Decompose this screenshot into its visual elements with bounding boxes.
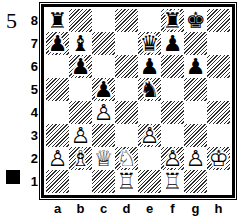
rank-label-6: 6 <box>22 55 38 78</box>
square-d4 <box>115 101 138 124</box>
white-pawn: ♟♙ <box>161 147 184 170</box>
rank-label-7: 7 <box>22 32 38 55</box>
square-h4 <box>207 101 230 124</box>
white-pawn: ♟♙ <box>69 124 92 147</box>
square-g5 <box>184 78 207 101</box>
square-d5 <box>115 78 138 101</box>
board-inner-frame: ♜♜♚♟♝♛♟♟♟♟♟♞♟♙♟♙♟♙♟♙♝♗♛♕♞♘♟♙♟♙♚♔♜♖♜♖ <box>41 4 235 198</box>
black-pawn: ♟ <box>138 55 161 78</box>
rank-labels: 87654321 <box>22 9 38 193</box>
black-pawn: ♟ <box>69 55 92 78</box>
square-h2: ♚♔ <box>207 147 230 170</box>
file-label-b: b <box>69 201 92 216</box>
square-e1 <box>138 170 161 193</box>
rank-label-4: 4 <box>22 101 38 124</box>
rank-label-3: 3 <box>22 124 38 147</box>
square-b4 <box>69 101 92 124</box>
black-bishop: ♝ <box>69 32 92 55</box>
square-d3 <box>115 124 138 147</box>
file-label-e: e <box>138 201 161 216</box>
white-rook: ♜♖ <box>115 170 138 193</box>
puzzle-number: 5 <box>6 8 17 34</box>
square-f1: ♜♖ <box>161 170 184 193</box>
square-a8: ♜ <box>46 9 69 32</box>
square-g3 <box>184 124 207 147</box>
square-a6 <box>46 55 69 78</box>
file-label-a: a <box>46 201 69 216</box>
square-f5 <box>161 78 184 101</box>
square-b8 <box>69 9 92 32</box>
file-label-c: c <box>92 201 115 216</box>
square-b1 <box>69 170 92 193</box>
square-e7: ♛ <box>138 32 161 55</box>
black-to-move-indicator <box>6 170 20 184</box>
square-h3 <box>207 124 230 147</box>
square-a4 <box>46 101 69 124</box>
square-g6: ♟ <box>184 55 207 78</box>
white-knight: ♞♘ <box>115 147 138 170</box>
square-b7: ♝ <box>69 32 92 55</box>
square-g2: ♟♙ <box>184 147 207 170</box>
square-g1 <box>184 170 207 193</box>
square-c2: ♛♕ <box>92 147 115 170</box>
square-a3 <box>46 124 69 147</box>
white-pawn: ♟♙ <box>92 101 115 124</box>
white-king: ♚♔ <box>207 147 230 170</box>
rank-label-1: 1 <box>22 170 38 193</box>
square-b5 <box>69 78 92 101</box>
file-label-d: d <box>115 201 138 216</box>
square-g4 <box>184 101 207 124</box>
square-d2: ♞♘ <box>115 147 138 170</box>
square-b3: ♟♙ <box>69 124 92 147</box>
black-queen: ♛ <box>138 32 161 55</box>
square-h6 <box>207 55 230 78</box>
rank-label-5: 5 <box>22 78 38 101</box>
white-pawn: ♟♙ <box>184 147 207 170</box>
white-pawn: ♟♙ <box>138 124 161 147</box>
square-b2: ♝♗ <box>69 147 92 170</box>
square-h7 <box>207 32 230 55</box>
square-d8 <box>115 9 138 32</box>
black-knight: ♞ <box>138 78 161 101</box>
square-e8 <box>138 9 161 32</box>
square-b6: ♟ <box>69 55 92 78</box>
square-c5: ♟ <box>92 78 115 101</box>
black-king: ♚ <box>184 9 207 32</box>
square-a7: ♟ <box>46 32 69 55</box>
black-pawn: ♟ <box>92 78 115 101</box>
rank-label-2: 2 <box>22 147 38 170</box>
square-c4: ♟♙ <box>92 101 115 124</box>
square-d1: ♜♖ <box>115 170 138 193</box>
square-f2: ♟♙ <box>161 147 184 170</box>
square-a5 <box>46 78 69 101</box>
square-f3 <box>161 124 184 147</box>
white-rook: ♜♖ <box>161 170 184 193</box>
black-pawn: ♟ <box>184 55 207 78</box>
square-h8 <box>207 9 230 32</box>
square-g8: ♚ <box>184 9 207 32</box>
square-c8 <box>92 9 115 32</box>
file-label-g: g <box>184 201 207 216</box>
square-g7 <box>184 32 207 55</box>
black-rook: ♜ <box>46 9 69 32</box>
white-pawn: ♟♙ <box>46 147 69 170</box>
file-label-h: h <box>207 201 230 216</box>
square-e3: ♟♙ <box>138 124 161 147</box>
black-rook: ♜ <box>161 9 184 32</box>
white-queen: ♛♕ <box>92 147 115 170</box>
square-c1 <box>92 170 115 193</box>
square-a2: ♟♙ <box>46 147 69 170</box>
file-labels: abcdefgh <box>46 201 230 216</box>
square-f7: ♟ <box>161 32 184 55</box>
square-e2 <box>138 147 161 170</box>
square-a1 <box>46 170 69 193</box>
black-pawn: ♟ <box>161 32 184 55</box>
square-e4 <box>138 101 161 124</box>
square-d6 <box>115 55 138 78</box>
square-f8: ♜ <box>161 9 184 32</box>
square-f4 <box>161 101 184 124</box>
rank-label-8: 8 <box>22 9 38 32</box>
square-c7 <box>92 32 115 55</box>
square-h1 <box>207 170 230 193</box>
square-e6: ♟ <box>138 55 161 78</box>
square-f6 <box>161 55 184 78</box>
white-bishop: ♝♗ <box>69 147 92 170</box>
black-pawn: ♟ <box>46 32 69 55</box>
square-c6 <box>92 55 115 78</box>
square-c3 <box>92 124 115 147</box>
file-label-f: f <box>161 201 184 216</box>
square-e5: ♞ <box>138 78 161 101</box>
chess-puzzle-page: 5 87654321 ♜♜♚♟♝♛♟♟♟♟♟♞♟♙♟♙♟♙♟♙♝♗♛♕♞♘♟♙♟… <box>0 0 246 218</box>
square-h5 <box>207 78 230 101</box>
board-outer-frame: ♜♜♚♟♝♛♟♟♟♟♟♞♟♙♟♙♟♙♟♙♝♗♛♕♞♘♟♙♟♙♚♔♜♖♜♖ <box>39 2 237 200</box>
square-d7 <box>115 32 138 55</box>
board-grid: ♜♜♚♟♝♛♟♟♟♟♟♞♟♙♟♙♟♙♟♙♝♗♛♕♞♘♟♙♟♙♚♔♜♖♜♖ <box>46 9 230 193</box>
